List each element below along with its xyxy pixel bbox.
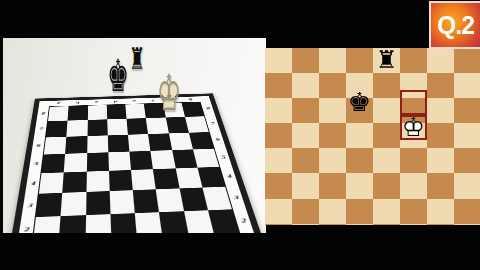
square-d3 — [346, 173, 373, 198]
physical-board-photo: abcdefgh 12345678 12345678 abcdefgh WHIT… — [3, 38, 266, 233]
square-g8 — [427, 48, 454, 73]
square-f8 — [400, 48, 427, 73]
square-a5 — [265, 123, 292, 148]
photo-square-h6 — [189, 132, 214, 149]
square-d1 — [346, 224, 373, 225]
square-b8 — [292, 48, 319, 73]
square-e7 — [373, 73, 400, 98]
square-g5 — [427, 123, 454, 148]
photo-square-a2 — [33, 216, 61, 233]
square-c2 — [319, 199, 346, 224]
square-d4 — [346, 148, 373, 173]
square-f1 — [400, 224, 427, 225]
square-a7 — [265, 73, 292, 98]
photo-square-e7 — [127, 118, 149, 134]
question-badge: Q.2 — [429, 1, 480, 49]
photo-square-h3 — [202, 187, 232, 210]
photo-square-b7 — [67, 120, 88, 136]
digital-board-grid — [265, 48, 480, 225]
photo-board-rim: abcdefgh 12345678 12345678 abcdefgh WHIT… — [3, 93, 266, 233]
photo-square-c7 — [87, 119, 107, 135]
square-a8 — [265, 48, 292, 73]
square-d5 — [346, 123, 373, 148]
square-h4 — [454, 148, 480, 173]
photo-square-e2 — [135, 212, 163, 233]
square-f3 — [400, 173, 427, 198]
square-b4 — [292, 148, 319, 173]
square-h7 — [454, 73, 480, 98]
photo-square-a4 — [39, 172, 64, 193]
photo-square-c3 — [86, 191, 111, 214]
square-b2 — [292, 199, 319, 224]
photo-square-b2 — [59, 215, 86, 233]
square-c3 — [319, 173, 346, 198]
photo-square-b3 — [61, 192, 86, 216]
square-c6 — [319, 98, 346, 123]
photo-square-a7 — [46, 121, 68, 137]
square-b1 — [292, 224, 319, 225]
photo-square-d3 — [109, 190, 134, 213]
square-c5 — [319, 123, 346, 148]
square-c4 — [319, 148, 346, 173]
square-h3 — [454, 173, 480, 198]
photo-board: abcdefgh 12345678 12345678 abcdefgh WHIT… — [3, 93, 266, 233]
photo-square-b6 — [65, 136, 87, 154]
square-b5 — [292, 123, 319, 148]
photo-square-d4 — [109, 170, 133, 191]
photo-square-b5 — [64, 153, 87, 173]
square-h5 — [454, 123, 480, 148]
piece-white-king-f5: ♚♔ — [402, 114, 425, 140]
square-g2 — [427, 199, 454, 224]
photo-piece-black-rook-e8: ♜ — [129, 44, 145, 74]
photo-square-d5 — [108, 151, 131, 170]
photo-square-h5 — [193, 149, 219, 168]
photo-square-e4 — [131, 169, 156, 190]
square-a3 — [265, 173, 292, 198]
question-badge-label: Q.2 — [437, 10, 474, 41]
photo-square-h4 — [197, 167, 225, 188]
square-g4 — [427, 148, 454, 173]
square-e2 — [373, 199, 400, 224]
photo-piece-white-king-f5: ♚♔ — [157, 68, 182, 118]
square-d2 — [346, 199, 373, 224]
square-e4 — [373, 148, 400, 173]
square-e5 — [373, 123, 400, 148]
photo-square-a6 — [44, 136, 67, 154]
square-b6 — [292, 98, 319, 123]
square-c8 — [319, 48, 346, 73]
square-h1 — [454, 224, 480, 225]
square-b7 — [292, 73, 319, 98]
photo-board-border: abcdefgh 12345678 12345678 abcdefgh WHIT… — [11, 96, 266, 233]
photo-square-c8 — [87, 105, 107, 120]
square-c1 — [319, 224, 346, 225]
square-c7 — [319, 73, 346, 98]
photo-square-a5 — [41, 154, 65, 174]
square-e1 — [373, 224, 400, 225]
photo-square-c6 — [87, 135, 108, 153]
square-g7 — [427, 73, 454, 98]
square-e6 — [373, 98, 400, 123]
square-b3 — [292, 173, 319, 198]
square-a4 — [265, 148, 292, 173]
square-a1 — [265, 224, 292, 225]
square-a2 — [265, 199, 292, 224]
photo-square-h8 — [181, 102, 204, 117]
video-frame: abcdefgh 12345678 12345678 abcdefgh WHIT… — [0, 0, 480, 270]
photo-square-h7 — [185, 116, 209, 132]
digital-board: ♜♚♚♔ — [265, 48, 480, 225]
square-e3 — [373, 173, 400, 198]
photo-square-e5 — [129, 151, 153, 170]
photo-square-e8 — [125, 104, 146, 119]
square-g6 — [427, 98, 454, 123]
piece-black-rook-e8: ♜ — [376, 48, 398, 72]
photo-square-b4 — [62, 172, 86, 193]
square-h8 — [454, 48, 480, 73]
photo-square-d8 — [107, 104, 127, 119]
photo-square-e6 — [128, 134, 151, 152]
photo-square-d7 — [107, 119, 128, 135]
photo-square-b8 — [68, 106, 88, 121]
photo-square-c5 — [86, 152, 108, 171]
square-g3 — [427, 173, 454, 198]
photo-square-c4 — [86, 171, 109, 192]
photo-piece-black-king-d6: ♚ — [107, 54, 129, 98]
square-f2 — [400, 199, 427, 224]
square-h2 — [454, 199, 480, 224]
photo-square-c2 — [85, 214, 111, 233]
square-a6 — [265, 98, 292, 123]
photo-square-d2 — [110, 213, 137, 233]
square-g1 — [427, 224, 454, 225]
photo-square-d6 — [108, 134, 130, 152]
photo-square-e3 — [133, 189, 159, 212]
photo-square-a8 — [48, 106, 69, 121]
photo-square-a3 — [36, 193, 62, 217]
square-f4 — [400, 148, 427, 173]
square-h6 — [454, 98, 480, 123]
square-d8 — [346, 48, 373, 73]
piece-black-king-d6: ♚ — [348, 89, 371, 115]
